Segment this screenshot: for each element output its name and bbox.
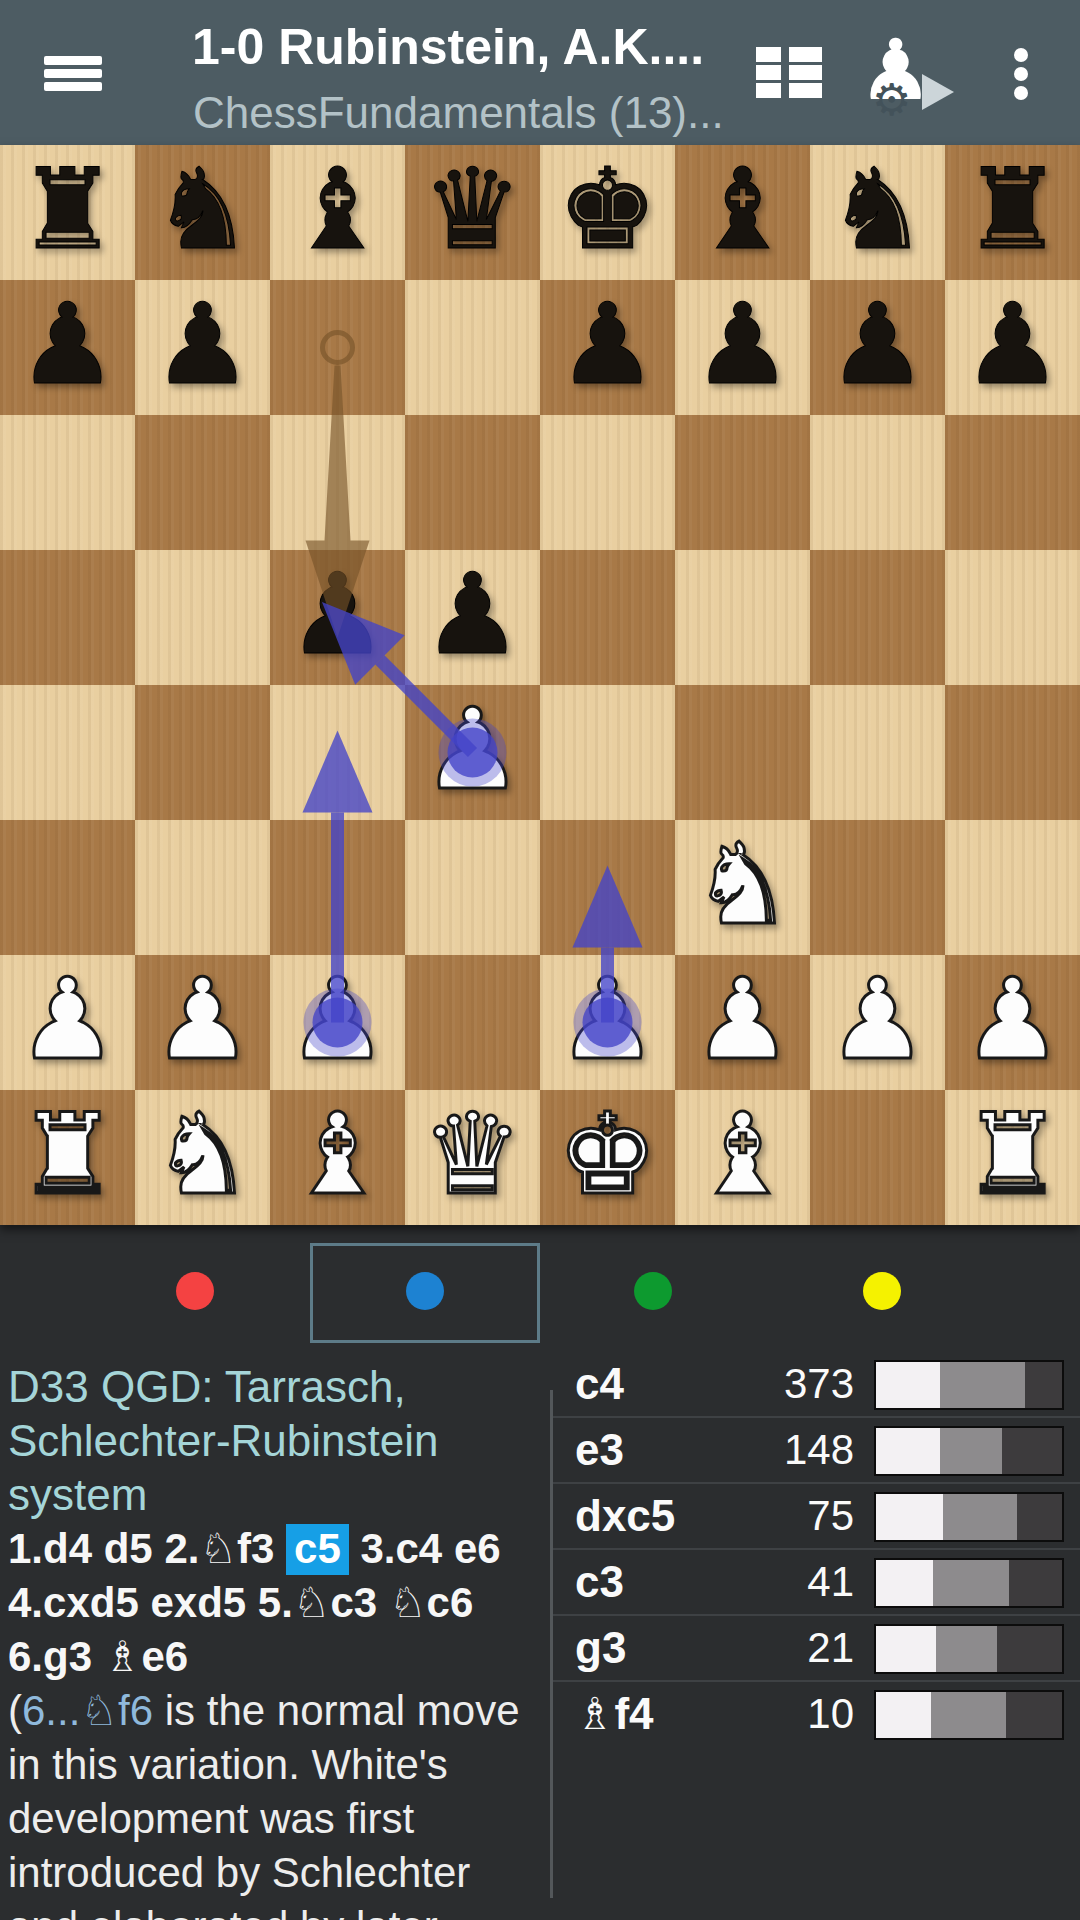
text-line: system	[8, 1468, 542, 1522]
notation-line[interactable]: 6.g3 ♗e6	[8, 1630, 542, 1684]
stats-game-count: 21	[807, 1616, 854, 1682]
text-line: development was first	[8, 1792, 542, 1846]
text-line: Schlechter-Rubinstein	[8, 1414, 542, 1468]
square-b2[interactable]: ♟	[135, 955, 270, 1090]
bishop-figurine: ♗	[575, 1688, 614, 1739]
black-pawn-piece[interactable]: ♟	[0, 280, 135, 415]
text-line: in this variation. White's	[8, 1738, 542, 1792]
text-line: D33 QGD: Tarrasch,	[8, 1360, 542, 1414]
stats-move-label: e3	[575, 1418, 624, 1484]
win-draw-loss-bar	[874, 1360, 1064, 1410]
square-g5[interactable]	[810, 550, 945, 685]
text-segment: (	[8, 1687, 22, 1734]
white-bishop-piece[interactable]: ♝	[675, 1090, 810, 1225]
stats-game-count: 10	[807, 1682, 854, 1748]
square-a8[interactable]: ♜	[0, 145, 135, 280]
square-h3[interactable]	[945, 820, 1080, 955]
text-segment: 6.g3	[8, 1633, 104, 1680]
text-segment: is the normal move	[153, 1687, 519, 1734]
square-e5[interactable]	[540, 550, 675, 685]
draw-segment	[940, 1428, 1001, 1474]
text-segment: development was first	[8, 1795, 414, 1842]
stats-game-count: 148	[784, 1418, 854, 1484]
annotation-color-green[interactable]	[634, 1272, 672, 1310]
square-d7[interactable]	[405, 280, 540, 415]
square-b6[interactable]	[135, 415, 270, 550]
square-c7[interactable]	[270, 280, 405, 415]
dot	[1014, 86, 1028, 100]
black-pawn-piece[interactable]: ♟	[540, 280, 675, 415]
square-c6[interactable]	[270, 415, 405, 550]
square-g1[interactable]	[810, 1090, 945, 1225]
stats-move-label: c3	[575, 1550, 624, 1616]
stats-move-label: dxc5	[575, 1484, 675, 1550]
square-e4[interactable]	[540, 685, 675, 820]
variation-link[interactable]: 6...	[22, 1687, 80, 1734]
black-pawn-piece[interactable]: ♟	[675, 280, 810, 415]
white-king-piece[interactable]: ♚	[540, 1090, 675, 1225]
text-segment: ♘	[389, 1578, 427, 1627]
text-segment: 4.cxd5 exd5 5.	[8, 1579, 293, 1626]
text-segment: in this variation. White's	[8, 1741, 448, 1788]
square-a4[interactable]	[0, 685, 135, 820]
text-segment: introduced by Schlechter	[8, 1849, 470, 1896]
square-e3[interactable]	[540, 820, 675, 955]
stats-game-count: 41	[807, 1550, 854, 1616]
list-line	[789, 65, 822, 80]
square-f5[interactable]	[675, 550, 810, 685]
draw-segment	[940, 1362, 1025, 1408]
text-segment: f3	[237, 1525, 286, 1572]
square-h7[interactable]: ♟	[945, 280, 1080, 415]
hamburger-menu-icon[interactable]	[44, 56, 102, 91]
list-square	[756, 47, 781, 62]
text-line: introduced by Schlechter	[8, 1846, 542, 1900]
square-b8[interactable]: ♞	[135, 145, 270, 280]
square-c4[interactable]	[270, 685, 405, 820]
white-win-segment	[876, 1494, 943, 1540]
text-segment: 3.c4 e6	[349, 1525, 501, 1572]
white-bishop-piece[interactable]: ♝	[270, 1090, 405, 1225]
move-list-icon[interactable]	[756, 47, 822, 98]
black-pawn-piece[interactable]: ♟	[135, 280, 270, 415]
square-d5[interactable]: ♟	[405, 550, 540, 685]
text-segment: c6	[427, 1579, 474, 1626]
white-win-segment	[876, 1626, 936, 1672]
white-pawn-piece[interactable]: ♟	[675, 955, 810, 1090]
gear-icon: ⚙	[872, 78, 911, 122]
notation-panel: D33 QGD: Tarrasch,Schlechter-Rubinsteins…	[8, 1360, 542, 1920]
black-bishop-piece[interactable]: ♝	[270, 145, 405, 280]
black-win-segment	[1025, 1362, 1062, 1408]
square-f7[interactable]: ♟	[675, 280, 810, 415]
list-line	[789, 47, 822, 62]
white-win-segment	[876, 1560, 933, 1606]
text-segment: D33 QGD: Tarrasch,	[8, 1362, 406, 1411]
square-g6[interactable]	[810, 415, 945, 550]
win-draw-loss-bar	[874, 1426, 1064, 1476]
black-win-segment	[1002, 1428, 1062, 1474]
chess-study-app: 1-0 Rubinstein, A.K.... ChessFundamental…	[0, 0, 1080, 1920]
square-c2[interactable]: ♟	[270, 955, 405, 1090]
current-move-highlight[interactable]: c5	[286, 1524, 349, 1575]
annotation-color-yellow[interactable]	[863, 1272, 901, 1310]
stats-move-label: c4	[575, 1352, 624, 1418]
square-f3[interactable]: ♞	[675, 820, 810, 955]
notation-line[interactable]: 1.d4 d5 2.♘f3 c5 3.c4 e6	[8, 1522, 542, 1576]
square-g4[interactable]	[810, 685, 945, 820]
selected-color-box	[310, 1243, 540, 1343]
text-segment: ♗	[104, 1632, 142, 1681]
game-title: 1-0 Rubinstein, A.K....	[192, 18, 712, 76]
move-stats-table: c4373e3148dxc575c341g321♗f410	[553, 1352, 1080, 1748]
square-h6[interactable]	[945, 415, 1080, 550]
text-segment: e6	[141, 1633, 188, 1680]
draw-segment	[943, 1494, 1017, 1540]
white-rook-piece[interactable]: ♜	[0, 1090, 135, 1225]
white-pawn-piece[interactable]: ♟	[540, 955, 675, 1090]
draw-segment	[931, 1692, 1006, 1738]
square-b1[interactable]: ♞	[135, 1090, 270, 1225]
square-e6[interactable]	[540, 415, 675, 550]
black-pawn-piece[interactable]: ♟	[270, 550, 405, 685]
stats-game-count: 75	[807, 1484, 854, 1550]
text-segment: c3	[331, 1579, 389, 1626]
black-win-segment	[997, 1626, 1062, 1672]
square-a5[interactable]	[0, 550, 135, 685]
square-g3[interactable]	[810, 820, 945, 955]
black-rook-piece[interactable]: ♜	[0, 145, 135, 280]
black-win-segment	[1009, 1560, 1062, 1606]
square-a1[interactable]: ♜	[0, 1090, 135, 1225]
square-g7[interactable]: ♟	[810, 280, 945, 415]
dot	[1014, 48, 1028, 62]
square-h8[interactable]: ♜	[945, 145, 1080, 280]
white-pawn-piece[interactable]: ♟	[810, 955, 945, 1090]
square-e7[interactable]: ♟	[540, 280, 675, 415]
text-line: and elaborated by later	[8, 1900, 542, 1920]
black-pawn-piece[interactable]: ♟	[405, 550, 540, 685]
white-knight-piece[interactable]: ♞	[675, 820, 810, 955]
square-c1[interactable]: ♝	[270, 1090, 405, 1225]
square-d4[interactable]: ♟	[405, 685, 540, 820]
square-b5[interactable]	[135, 550, 270, 685]
white-queen-piece[interactable]: ♛	[405, 1090, 540, 1225]
text-segment: 1.d4 d5 2.	[8, 1525, 199, 1572]
square-b4[interactable]	[135, 685, 270, 820]
white-pawn-piece[interactable]: ♟	[945, 955, 1080, 1090]
square-d1[interactable]: ♛	[405, 1090, 540, 1225]
win-draw-loss-bar	[874, 1690, 1064, 1740]
stats-move-label: g3	[575, 1616, 626, 1682]
stats-move-label: ♗f4	[575, 1682, 654, 1748]
black-pawn-piece[interactable]: ♟	[810, 280, 945, 415]
win-draw-loss-bar	[874, 1624, 1064, 1674]
white-win-segment	[876, 1362, 940, 1408]
variation-link[interactable]: ♘	[80, 1686, 118, 1735]
draw-segment	[936, 1626, 996, 1672]
text-segment: and elaborated by later	[8, 1903, 438, 1920]
text-segment: Schlechter-Rubinstein	[8, 1416, 438, 1465]
stats-row-c4[interactable]: c4373	[553, 1352, 1080, 1418]
variation-link[interactable]: f6	[118, 1687, 153, 1734]
square-e8[interactable]: ♚	[540, 145, 675, 280]
white-pawn-piece[interactable]: ♟	[0, 955, 135, 1090]
square-d2[interactable]	[405, 955, 540, 1090]
square-f6[interactable]	[675, 415, 810, 550]
square-d6[interactable]	[405, 415, 540, 550]
draw-segment	[933, 1560, 1009, 1606]
dot	[1014, 67, 1028, 81]
stats-row-dxc5[interactable]: dxc575	[553, 1484, 1080, 1550]
database-subtitle: ChessFundamentals (13)...	[193, 88, 713, 138]
black-knight-piece[interactable]: ♞	[810, 145, 945, 280]
hamburger-bar	[44, 82, 102, 91]
white-win-segment	[876, 1428, 940, 1474]
text-line: (6...♘f6 is the normal move	[8, 1684, 542, 1738]
square-a7[interactable]: ♟	[0, 280, 135, 415]
app-bar: 1-0 Rubinstein, A.K.... ChessFundamental…	[0, 0, 1080, 145]
list-square	[756, 65, 781, 80]
text-segment: system	[8, 1470, 147, 1519]
square-h2[interactable]: ♟	[945, 955, 1080, 1090]
square-h5[interactable]	[945, 550, 1080, 685]
black-win-segment	[1017, 1494, 1062, 1540]
black-queen-piece[interactable]: ♛	[405, 145, 540, 280]
white-win-segment	[876, 1692, 931, 1738]
black-king-piece[interactable]: ♚	[540, 145, 675, 280]
overflow-menu-icon[interactable]	[1014, 48, 1030, 100]
stats-row-Bf4[interactable]: ♗f410	[553, 1682, 1080, 1748]
square-e2[interactable]: ♟	[540, 955, 675, 1090]
square-g8[interactable]: ♞	[810, 145, 945, 280]
chess-board[interactable]: ♜♞♝♛♚♝♞♜♟♟♟♟♟♟♟♟♟♞♟♟♟♟♟♟♟♜♞♝♛♚♝♜	[0, 145, 1080, 1225]
square-c3[interactable]	[270, 820, 405, 955]
square-f8[interactable]: ♝	[675, 145, 810, 280]
stats-row-c3[interactable]: c341	[553, 1550, 1080, 1616]
square-d3[interactable]	[405, 820, 540, 955]
list-line	[789, 83, 822, 98]
square-f1[interactable]: ♝	[675, 1090, 810, 1225]
square-g2[interactable]: ♟	[810, 955, 945, 1090]
white-knight-piece[interactable]: ♞	[135, 1090, 270, 1225]
notation-line[interactable]: 4.cxd5 exd5 5.♘c3 ♘c6	[8, 1576, 542, 1630]
square-a2[interactable]: ♟	[0, 955, 135, 1090]
square-e1[interactable]: ♚	[540, 1090, 675, 1225]
hamburger-bar	[44, 56, 102, 65]
black-knight-piece[interactable]: ♞	[135, 145, 270, 280]
engine-autoplay-icon[interactable]: ♟ ⚙	[858, 26, 962, 118]
white-rook-piece[interactable]: ♜	[945, 1090, 1080, 1225]
black-rook-piece[interactable]: ♜	[945, 145, 1080, 280]
win-draw-loss-bar	[874, 1558, 1064, 1608]
square-b7[interactable]: ♟	[135, 280, 270, 415]
white-pawn-piece[interactable]: ♟	[270, 955, 405, 1090]
black-win-segment	[1006, 1692, 1062, 1738]
black-pawn-piece[interactable]: ♟	[945, 280, 1080, 415]
square-c5[interactable]: ♟	[270, 550, 405, 685]
hamburger-bar	[44, 69, 102, 78]
square-h4[interactable]	[945, 685, 1080, 820]
square-d8[interactable]: ♛	[405, 145, 540, 280]
win-draw-loss-bar	[874, 1492, 1064, 1542]
square-a6[interactable]	[0, 415, 135, 550]
square-f2[interactable]: ♟	[675, 955, 810, 1090]
stats-row-e3[interactable]: e3148	[553, 1418, 1080, 1484]
text-segment: ♘	[199, 1524, 237, 1573]
square-c8[interactable]: ♝	[270, 145, 405, 280]
text-segment: ♘	[293, 1578, 331, 1627]
annotation-color-red[interactable]	[176, 1272, 214, 1310]
square-h1[interactable]: ♜	[945, 1090, 1080, 1225]
stats-game-count: 373	[784, 1352, 854, 1418]
white-pawn-piece[interactable]: ♟	[135, 955, 270, 1090]
white-pawn-piece[interactable]: ♟	[405, 685, 540, 820]
play-icon	[922, 74, 954, 110]
list-square	[756, 83, 781, 98]
black-bishop-piece[interactable]: ♝	[675, 145, 810, 280]
square-f4[interactable]	[675, 685, 810, 820]
square-a3[interactable]	[0, 820, 135, 955]
stats-row-g3[interactable]: g321	[553, 1616, 1080, 1682]
square-b3[interactable]	[135, 820, 270, 955]
